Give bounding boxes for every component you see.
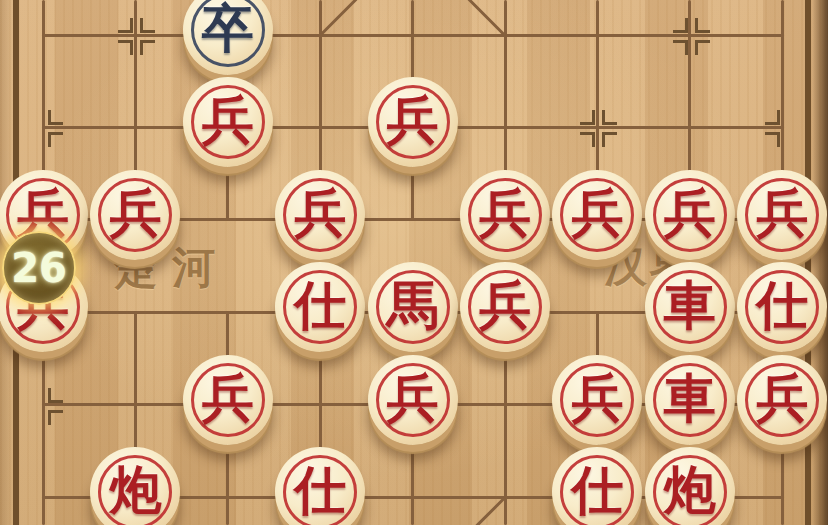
point-marker-corner [673,40,688,55]
piece-red-advisor[interactable]: 仕 [275,262,365,352]
red-soldier-glyph: 兵 [571,187,623,239]
piece-red-soldier[interactable]: 兵 [552,170,642,260]
red-cannon-glyph: 炮 [664,464,716,516]
point-marker-corner [673,18,688,33]
piece-red-cannon[interactable]: 炮 [90,447,180,525]
red-soldier-glyph: 兵 [387,372,439,424]
red-advisor-glyph: 仕 [756,279,808,331]
point-marker-corner [48,132,63,147]
point-marker-corner [48,110,63,125]
piece-red-soldier[interactable]: 兵 [368,77,458,167]
red-horse-glyph: 馬 [387,279,439,331]
palace-diagonal [467,0,506,36]
red-soldier-glyph: 兵 [756,187,808,239]
point-marker-corner [48,388,63,403]
piece-red-advisor[interactable]: 仕 [552,447,642,525]
red-soldier-glyph: 兵 [479,279,531,331]
red-advisor-glyph: 仕 [294,464,346,516]
piece-red-soldier[interactable]: 兵 [460,262,550,352]
piece-red-advisor[interactable]: 仕 [275,447,365,525]
red-soldier-glyph: 兵 [109,187,161,239]
point-marker-corner [580,110,595,125]
piece-red-soldier[interactable]: 兵 [645,170,735,260]
piece-black-soldier[interactable]: 卒 [183,0,273,75]
point-marker-corner [580,132,595,147]
piece-red-chariot[interactable]: 車 [645,262,735,352]
piece-red-soldier[interactable]: 兵 [737,170,827,260]
piece-red-advisor[interactable]: 仕 [737,262,827,352]
palace-diagonal [319,0,358,36]
red-soldier-glyph: 兵 [664,187,716,239]
piece-red-soldier[interactable]: 兵 [183,77,273,167]
red-cannon-glyph: 炮 [109,464,161,516]
red-soldier-glyph: 兵 [479,187,531,239]
point-marker-corner [765,132,780,147]
red-chariot-glyph: 車 [664,372,716,424]
piece-red-soldier[interactable]: 兵 [552,355,642,445]
timer-badge: 26 [2,231,76,305]
point-marker-corner [695,40,710,55]
piece-red-soldier[interactable]: 兵 [737,355,827,445]
piece-red-soldier[interactable]: 兵 [90,170,180,260]
red-soldier-glyph: 兵 [202,372,254,424]
piece-red-horse[interactable]: 馬 [368,262,458,352]
palace-diagonal [475,496,506,525]
piece-red-soldier[interactable]: 兵 [460,170,550,260]
red-soldier-glyph: 兵 [387,94,439,146]
red-soldier-glyph: 兵 [294,187,346,239]
black-soldier-glyph: 卒 [202,2,254,54]
red-soldier-glyph: 兵 [202,94,254,146]
point-marker-corner [48,410,63,425]
piece-red-soldier[interactable]: 兵 [183,355,273,445]
point-marker-corner [695,18,710,33]
red-advisor-glyph: 仕 [294,279,346,331]
point-marker-corner [140,40,155,55]
point-marker-corner [118,40,133,55]
xiangqi-board[interactable]: 楚河 汉界 卒兵兵兵兵兵兵兵兵兵兵仕馬兵車仕兵兵兵車兵炮仕仕炮 26 [0,0,828,525]
red-soldier-glyph: 兵 [571,372,623,424]
red-soldier-glyph: 兵 [756,372,808,424]
piece-red-cannon[interactable]: 炮 [645,447,735,525]
piece-red-chariot[interactable]: 車 [645,355,735,445]
piece-red-soldier[interactable]: 兵 [368,355,458,445]
point-marker-corner [602,110,617,125]
board-right-border [805,0,811,525]
piece-red-soldier[interactable]: 兵 [275,170,365,260]
point-marker-corner [118,18,133,33]
point-marker-corner [140,18,155,33]
red-chariot-glyph: 車 [664,279,716,331]
board-right-edge-shade [812,0,828,525]
red-advisor-glyph: 仕 [571,464,623,516]
point-marker-corner [602,132,617,147]
point-marker-corner [765,110,780,125]
timer-value: 26 [11,248,67,288]
